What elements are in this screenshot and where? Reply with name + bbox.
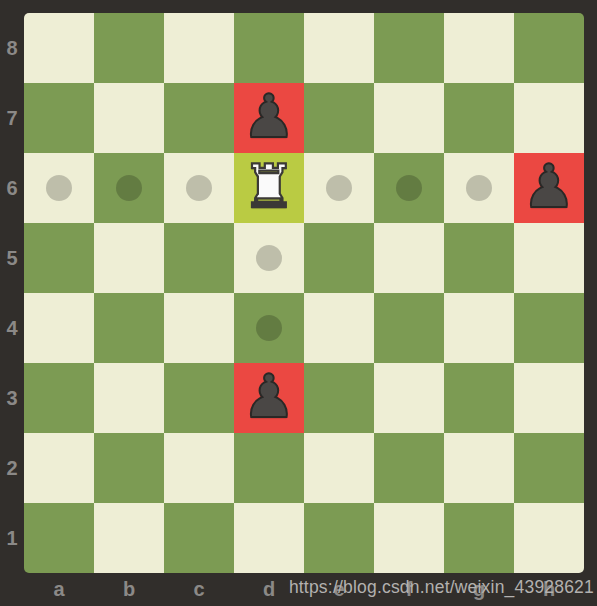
square-f4[interactable] [374, 293, 444, 363]
rank-label-8: 8 [0, 13, 24, 83]
square-g1[interactable] [444, 503, 514, 573]
square-g2[interactable] [444, 433, 514, 503]
square-b1[interactable] [94, 503, 164, 573]
square-h5[interactable] [514, 223, 584, 293]
square-f3[interactable] [374, 363, 444, 433]
square-c3[interactable] [164, 363, 234, 433]
square-e4[interactable] [304, 293, 374, 363]
square-d2[interactable] [234, 433, 304, 503]
rank-label-6: 6 [0, 153, 24, 223]
square-g8[interactable] [444, 13, 514, 83]
square-g6[interactable] [444, 153, 514, 223]
rank-labels: 8 7 6 5 4 3 2 1 [0, 13, 24, 573]
move-hint-dot-b6[interactable] [116, 175, 142, 201]
square-d5[interactable] [234, 223, 304, 293]
file-label-a: a [24, 573, 94, 606]
square-h8[interactable] [514, 13, 584, 83]
square-g4[interactable] [444, 293, 514, 363]
square-b6[interactable] [94, 153, 164, 223]
square-g7[interactable] [444, 83, 514, 153]
square-a3[interactable] [24, 363, 94, 433]
watermark: https://blog.csdn.net/weixin_43928621 [289, 577, 594, 598]
board: ♟♜♟♟ [24, 13, 584, 573]
square-b3[interactable] [94, 363, 164, 433]
square-d8[interactable] [234, 13, 304, 83]
rank-label-5: 5 [0, 223, 24, 293]
square-c1[interactable] [164, 503, 234, 573]
square-b7[interactable] [94, 83, 164, 153]
square-a5[interactable] [24, 223, 94, 293]
square-b5[interactable] [94, 223, 164, 293]
chess-app-background: 8 7 6 5 4 3 2 1 ♟♜♟♟ a b c d e f g h htt… [0, 0, 597, 606]
square-c6[interactable] [164, 153, 234, 223]
move-hint-dot-c6[interactable] [186, 175, 212, 201]
square-g3[interactable] [444, 363, 514, 433]
rank-label-2: 2 [0, 433, 24, 503]
square-f5[interactable] [374, 223, 444, 293]
square-a8[interactable] [24, 13, 94, 83]
square-f8[interactable] [374, 13, 444, 83]
square-d1[interactable] [234, 503, 304, 573]
square-h6[interactable]: ♟ [514, 153, 584, 223]
square-e3[interactable] [304, 363, 374, 433]
white-rook-d6[interactable]: ♜ [242, 156, 296, 216]
square-b8[interactable] [94, 13, 164, 83]
square-c7[interactable] [164, 83, 234, 153]
black-pawn-d3[interactable]: ♟ [242, 366, 296, 426]
square-e5[interactable] [304, 223, 374, 293]
rank-label-3: 3 [0, 363, 24, 433]
square-h7[interactable] [514, 83, 584, 153]
square-f2[interactable] [374, 433, 444, 503]
square-d3[interactable]: ♟ [234, 363, 304, 433]
square-c5[interactable] [164, 223, 234, 293]
square-e7[interactable] [304, 83, 374, 153]
square-f1[interactable] [374, 503, 444, 573]
file-label-c: c [164, 573, 234, 606]
square-b4[interactable] [94, 293, 164, 363]
rank-label-7: 7 [0, 83, 24, 153]
square-h3[interactable] [514, 363, 584, 433]
square-e2[interactable] [304, 433, 374, 503]
black-pawn-h6[interactable]: ♟ [522, 156, 576, 216]
move-hint-dot-a6[interactable] [46, 175, 72, 201]
square-d4[interactable] [234, 293, 304, 363]
square-h2[interactable] [514, 433, 584, 503]
square-b2[interactable] [94, 433, 164, 503]
square-a1[interactable] [24, 503, 94, 573]
square-g5[interactable] [444, 223, 514, 293]
square-e1[interactable] [304, 503, 374, 573]
square-c4[interactable] [164, 293, 234, 363]
square-d7[interactable]: ♟ [234, 83, 304, 153]
square-f6[interactable] [374, 153, 444, 223]
rank-label-4: 4 [0, 293, 24, 363]
rank-label-1: 1 [0, 503, 24, 573]
square-d6[interactable]: ♜ [234, 153, 304, 223]
square-c2[interactable] [164, 433, 234, 503]
square-h4[interactable] [514, 293, 584, 363]
square-a2[interactable] [24, 433, 94, 503]
black-pawn-d7[interactable]: ♟ [242, 86, 296, 146]
square-a4[interactable] [24, 293, 94, 363]
move-hint-dot-d5[interactable] [256, 245, 282, 271]
square-h1[interactable] [514, 503, 584, 573]
square-a7[interactable] [24, 83, 94, 153]
move-hint-dot-e6[interactable] [326, 175, 352, 201]
move-hint-dot-d4[interactable] [256, 315, 282, 341]
move-hint-dot-f6[interactable] [396, 175, 422, 201]
square-e6[interactable] [304, 153, 374, 223]
move-hint-dot-g6[interactable] [466, 175, 492, 201]
square-c8[interactable] [164, 13, 234, 83]
square-e8[interactable] [304, 13, 374, 83]
file-label-b: b [94, 573, 164, 606]
square-a6[interactable] [24, 153, 94, 223]
square-f7[interactable] [374, 83, 444, 153]
